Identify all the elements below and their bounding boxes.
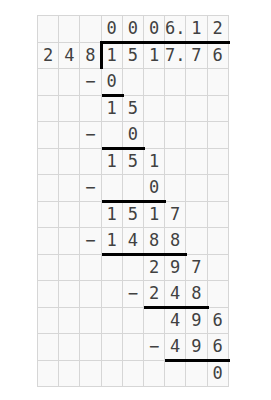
cell-r10c0 xyxy=(38,281,59,308)
cell-r6c8 xyxy=(208,175,229,202)
subtraction-underline xyxy=(102,147,145,150)
cell-r4c3 xyxy=(102,122,123,149)
cell-r3c1 xyxy=(59,96,80,123)
cell-r5c0 xyxy=(38,149,59,176)
cell-r3c5 xyxy=(144,96,165,123)
cell-r0c2 xyxy=(80,16,101,43)
cell-r2c8 xyxy=(208,69,229,96)
cell-r8c5: 8 xyxy=(144,228,165,255)
cell-r8c6: 8 xyxy=(165,228,186,255)
cell-r9c0 xyxy=(38,255,59,282)
cell-r2c1 xyxy=(59,69,80,96)
subtraction-underline xyxy=(102,253,188,256)
cell-r13c2 xyxy=(80,361,101,388)
cell-r13c4 xyxy=(123,361,144,388)
cell-r5c3: 1 xyxy=(102,149,123,176)
cell-r4c2: − xyxy=(80,122,101,149)
subtraction-underline xyxy=(144,306,209,309)
cell-r7c1 xyxy=(59,202,80,229)
cell-r8c0 xyxy=(38,228,59,255)
cell-r1c1: 4 xyxy=(59,43,80,70)
cell-r5c4: 5 xyxy=(123,149,144,176)
cell-r10c4: − xyxy=(123,281,144,308)
cell-r10c5: 2 xyxy=(144,281,165,308)
cell-r9c3 xyxy=(102,255,123,282)
cell-r6c0 xyxy=(38,175,59,202)
cell-r3c0 xyxy=(38,96,59,123)
cell-r1c0: 2 xyxy=(38,43,59,70)
cell-r6c4 xyxy=(123,175,144,202)
cell-r4c5 xyxy=(144,122,165,149)
cell-r13c1 xyxy=(59,361,80,388)
cell-r4c7 xyxy=(186,122,207,149)
cell-r7c3: 1 xyxy=(102,202,123,229)
cell-r1c2: 8 xyxy=(80,43,101,70)
cell-r9c5: 2 xyxy=(144,255,165,282)
cell-r12c5: − xyxy=(144,334,165,361)
cell-r10c3 xyxy=(102,281,123,308)
cell-r13c3 xyxy=(102,361,123,388)
cell-r10c1 xyxy=(59,281,80,308)
cell-r11c5 xyxy=(144,308,165,335)
cell-r8c8 xyxy=(208,228,229,255)
cell-r13c8: 0 xyxy=(208,361,229,388)
long-division-board: 0006.122481517.76−015−0151−01517−1488297… xyxy=(37,15,229,387)
cell-r1c8: 6 xyxy=(208,43,229,70)
cell-r9c8 xyxy=(208,255,229,282)
subtraction-underline xyxy=(102,94,124,97)
subtraction-underline xyxy=(102,200,167,203)
cell-r0c1 xyxy=(59,16,80,43)
cell-r12c8: 6 xyxy=(208,334,229,361)
cell-r9c6: 9 xyxy=(165,255,186,282)
cell-r5c7 xyxy=(186,149,207,176)
cell-r0c8: 2 xyxy=(208,16,229,43)
cell-r11c2 xyxy=(80,308,101,335)
cell-r7c6: 7 xyxy=(165,202,186,229)
cell-r0c6: 6. xyxy=(165,16,186,43)
cell-r2c2: − xyxy=(80,69,101,96)
cell-r3c3: 1 xyxy=(102,96,123,123)
cell-r10c6: 4 xyxy=(165,281,186,308)
cell-r1c5: 1 xyxy=(144,43,165,70)
cell-r13c6 xyxy=(165,361,186,388)
cell-r7c0 xyxy=(38,202,59,229)
cell-r11c4 xyxy=(123,308,144,335)
cell-r8c2: − xyxy=(80,228,101,255)
cell-r13c0 xyxy=(38,361,59,388)
cell-r8c3: 1 xyxy=(102,228,123,255)
cell-r7c8 xyxy=(208,202,229,229)
cell-r12c1 xyxy=(59,334,80,361)
cell-r10c7: 8 xyxy=(186,281,207,308)
cell-r3c2 xyxy=(80,96,101,123)
cell-r9c7: 7 xyxy=(186,255,207,282)
cell-r8c1 xyxy=(59,228,80,255)
cell-r9c1 xyxy=(59,255,80,282)
division-bracket-bar xyxy=(100,41,103,69)
cell-r5c6 xyxy=(165,149,186,176)
cell-r6c3 xyxy=(102,175,123,202)
cell-r3c8 xyxy=(208,96,229,123)
cell-r12c7: 9 xyxy=(186,334,207,361)
cell-r4c0 xyxy=(38,122,59,149)
cell-r13c5 xyxy=(144,361,165,388)
cell-r3c6 xyxy=(165,96,186,123)
cell-r6c2: − xyxy=(80,175,101,202)
cell-r1c7: 7 xyxy=(186,43,207,70)
cell-r11c8: 6 xyxy=(208,308,229,335)
cell-r11c0 xyxy=(38,308,59,335)
cell-r9c2 xyxy=(80,255,101,282)
cell-r2c6 xyxy=(165,69,186,96)
cell-r1c3: 1 xyxy=(102,43,123,70)
cell-r12c0 xyxy=(38,334,59,361)
cell-r6c6 xyxy=(165,175,186,202)
cell-r1c4: 5 xyxy=(123,43,144,70)
cell-r8c7 xyxy=(186,228,207,255)
cell-r4c1 xyxy=(59,122,80,149)
cell-r12c2 xyxy=(80,334,101,361)
cell-r2c3: 0 xyxy=(102,69,123,96)
cell-r7c7 xyxy=(186,202,207,229)
cell-r0c5: 0 xyxy=(144,16,165,43)
cell-r4c6 xyxy=(165,122,186,149)
cell-r11c3 xyxy=(102,308,123,335)
cell-r1c6: 7. xyxy=(165,43,186,70)
cell-r11c1 xyxy=(59,308,80,335)
cell-r6c5: 0 xyxy=(144,175,165,202)
cell-r12c4 xyxy=(123,334,144,361)
cell-r2c4 xyxy=(123,69,144,96)
cell-r2c5 xyxy=(144,69,165,96)
cell-r0c7: 1 xyxy=(186,16,207,43)
cell-r3c7 xyxy=(186,96,207,123)
cell-r5c1 xyxy=(59,149,80,176)
cell-r12c3 xyxy=(102,334,123,361)
cell-r7c5: 1 xyxy=(144,202,165,229)
cell-r9c4 xyxy=(123,255,144,282)
cell-r2c7 xyxy=(186,69,207,96)
cell-r0c3: 0 xyxy=(102,16,123,43)
cell-r0c0 xyxy=(38,16,59,43)
division-vinculum xyxy=(102,41,230,44)
cell-r5c2 xyxy=(80,149,101,176)
cell-r13c7 xyxy=(186,361,207,388)
cell-r5c5: 1 xyxy=(144,149,165,176)
cell-r10c8 xyxy=(208,281,229,308)
cell-r7c2 xyxy=(80,202,101,229)
cell-r4c8 xyxy=(208,122,229,149)
cell-r8c4: 4 xyxy=(123,228,144,255)
subtraction-underline xyxy=(165,359,230,362)
cell-r6c7 xyxy=(186,175,207,202)
cell-r12c6: 4 xyxy=(165,334,186,361)
cell-r4c4: 0 xyxy=(123,122,144,149)
cell-r7c4: 5 xyxy=(123,202,144,229)
cell-r0c4: 0 xyxy=(123,16,144,43)
cell-r6c1 xyxy=(59,175,80,202)
cell-r11c7: 9 xyxy=(186,308,207,335)
cell-r5c8 xyxy=(208,149,229,176)
cell-r3c4: 5 xyxy=(123,96,144,123)
cell-r2c0 xyxy=(38,69,59,96)
cell-r11c6: 4 xyxy=(165,308,186,335)
cell-r10c2 xyxy=(80,281,101,308)
